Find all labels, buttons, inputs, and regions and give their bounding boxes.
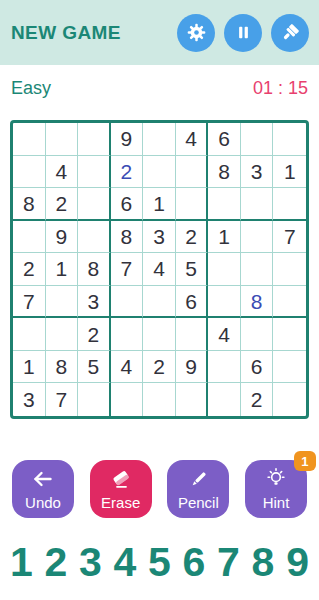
- sudoku-cell-r8c9[interactable]: [273, 351, 306, 384]
- sudoku-cell-r9c3[interactable]: [78, 383, 111, 416]
- settings-button[interactable]: [177, 14, 215, 52]
- sudoku-cell-r4c6[interactable]: 2: [176, 221, 209, 254]
- sudoku-cell-r8c8[interactable]: 6: [241, 351, 274, 384]
- sudoku-cell-r1c1[interactable]: [13, 123, 46, 156]
- sudoku-cell-r4c9[interactable]: 7: [273, 221, 306, 254]
- sudoku-cell-r2c7[interactable]: 8: [208, 156, 241, 189]
- erase-label: Erase: [101, 494, 140, 511]
- sudoku-cell-r1c8[interactable]: [241, 123, 274, 156]
- sudoku-cell-r5c3[interactable]: 8: [78, 253, 111, 286]
- sudoku-cell-r2c1[interactable]: [13, 156, 46, 189]
- sudoku-cell-r2c9[interactable]: 1: [273, 156, 306, 189]
- sudoku-cell-r8c3[interactable]: 5: [78, 351, 111, 384]
- hint-button[interactable]: 1 Hint: [245, 460, 307, 518]
- pencil-icon: [187, 468, 210, 491]
- paintbrush-icon: [279, 22, 301, 44]
- header: NEW GAME: [0, 0, 319, 65]
- sudoku-cell-r5c5[interactable]: 4: [143, 253, 176, 286]
- sudoku-cell-r6c6[interactable]: 6: [176, 286, 209, 319]
- sudoku-cell-r9c9[interactable]: [273, 383, 306, 416]
- sudoku-cell-r2c5[interactable]: [143, 156, 176, 189]
- sudoku-cell-r1c4[interactable]: 9: [111, 123, 144, 156]
- sudoku-cell-r2c6[interactable]: [176, 156, 209, 189]
- sudoku-board: 9464283182619832172187457368241854296372: [10, 120, 309, 419]
- toolbar: Undo Erase Pencil 1: [0, 460, 319, 518]
- sudoku-cell-r1c2[interactable]: [46, 123, 79, 156]
- difficulty-label: Easy: [11, 78, 51, 99]
- sudoku-cell-r7c6[interactable]: [176, 318, 209, 351]
- sudoku-cell-r3c2[interactable]: 2: [46, 188, 79, 221]
- undo-label: Undo: [25, 494, 61, 511]
- numpad-4[interactable]: 4: [114, 542, 137, 583]
- sudoku-cell-r7c7[interactable]: 4: [208, 318, 241, 351]
- sudoku-cell-r1c7[interactable]: 6: [208, 123, 241, 156]
- sudoku-cell-r6c2[interactable]: [46, 286, 79, 319]
- sudoku-cell-r3c4[interactable]: 6: [111, 188, 144, 221]
- sudoku-cell-r1c9[interactable]: [273, 123, 306, 156]
- undo-button[interactable]: Undo: [12, 460, 74, 518]
- sudoku-cell-r4c7[interactable]: 1: [208, 221, 241, 254]
- sudoku-cell-r5c2[interactable]: 1: [46, 253, 79, 286]
- sudoku-cell-r8c2[interactable]: 8: [46, 351, 79, 384]
- sudoku-cell-r9c2[interactable]: 7: [46, 383, 79, 416]
- sudoku-cell-r7c5[interactable]: [143, 318, 176, 351]
- sudoku-cell-r7c4[interactable]: [111, 318, 144, 351]
- arrow-left-icon: [31, 467, 55, 491]
- hint-badge: 1: [294, 451, 316, 471]
- sudoku-cell-r5c4[interactable]: 7: [111, 253, 144, 286]
- pencil-label: Pencil: [178, 494, 219, 511]
- sudoku-cell-r6c5[interactable]: [143, 286, 176, 319]
- sudoku-cell-r8c1[interactable]: 1: [13, 351, 46, 384]
- sudoku-cell-r3c5[interactable]: 1: [143, 188, 176, 221]
- timer: 01 : 15: [253, 78, 308, 99]
- sudoku-cell-r6c8[interactable]: 8: [241, 286, 274, 319]
- sudoku-cell-r7c1[interactable]: [13, 318, 46, 351]
- sudoku-cell-r9c5[interactable]: [143, 383, 176, 416]
- sudoku-cell-r4c5[interactable]: 3: [143, 221, 176, 254]
- sudoku-cell-r5c6[interactable]: 5: [176, 253, 209, 286]
- sudoku-cell-r2c3[interactable]: [78, 156, 111, 189]
- sudoku-cell-r3c7[interactable]: [208, 188, 241, 221]
- sudoku-cell-r6c4[interactable]: [111, 286, 144, 319]
- pencil-button[interactable]: Pencil: [167, 460, 229, 518]
- sudoku-cell-r8c7[interactable]: [208, 351, 241, 384]
- sudoku-cell-r6c1[interactable]: 7: [13, 286, 46, 319]
- sudoku-cell-r1c3[interactable]: [78, 123, 111, 156]
- sudoku-cell-r7c9[interactable]: [273, 318, 306, 351]
- sudoku-cell-r3c3[interactable]: [78, 188, 111, 221]
- lightbulb-icon: [264, 467, 288, 491]
- sudoku-cell-r9c6[interactable]: [176, 383, 209, 416]
- numpad-6[interactable]: 6: [183, 542, 206, 583]
- sudoku-cell-r5c9[interactable]: [273, 253, 306, 286]
- numpad-1[interactable]: 1: [10, 542, 33, 583]
- sudoku-cell-r2c4[interactable]: 2: [111, 156, 144, 189]
- sudoku-cell-r3c1[interactable]: 8: [13, 188, 46, 221]
- sudoku-cell-r6c9[interactable]: [273, 286, 306, 319]
- sudoku-cell-r7c2[interactable]: [46, 318, 79, 351]
- sudoku-cell-r3c6[interactable]: [176, 188, 209, 221]
- erase-button[interactable]: Erase: [90, 460, 152, 518]
- sudoku-cell-r5c1[interactable]: 2: [13, 253, 46, 286]
- page-title: NEW GAME: [11, 22, 121, 44]
- sudoku-cell-r2c8[interactable]: 3: [241, 156, 274, 189]
- sudoku-cell-r6c7[interactable]: [208, 286, 241, 319]
- sudoku-cell-r4c4[interactable]: 8: [111, 221, 144, 254]
- sudoku-cell-r4c8[interactable]: [241, 221, 274, 254]
- numpad-2[interactable]: 2: [45, 542, 68, 583]
- eraser-icon: [109, 467, 133, 491]
- sudoku-cell-r9c4[interactable]: [111, 383, 144, 416]
- numpad-5[interactable]: 5: [148, 542, 171, 583]
- pause-button[interactable]: [224, 14, 262, 52]
- theme-button[interactable]: [271, 14, 309, 52]
- numpad-9[interactable]: 9: [286, 542, 309, 583]
- pause-icon: [233, 22, 254, 43]
- sudoku-cell-r9c7[interactable]: [208, 383, 241, 416]
- subheader: Easy 01 : 15: [0, 65, 319, 99]
- sudoku-cell-r8c5[interactable]: 2: [143, 351, 176, 384]
- gear-icon: [185, 21, 208, 44]
- numpad-8[interactable]: 8: [252, 542, 275, 583]
- sudoku-cell-r9c8[interactable]: 2: [241, 383, 274, 416]
- header-buttons: [177, 14, 309, 52]
- sudoku-cell-r1c6[interactable]: 4: [176, 123, 209, 156]
- sudoku-cell-r7c8[interactable]: [241, 318, 274, 351]
- sudoku-cell-r5c7[interactable]: [208, 253, 241, 286]
- numpad-7[interactable]: 7: [217, 542, 240, 583]
- number-pad: 123456789: [0, 542, 319, 583]
- sudoku-cell-r4c2[interactable]: 9: [46, 221, 79, 254]
- numpad-3[interactable]: 3: [79, 542, 102, 583]
- sudoku-cell-r4c3[interactable]: [78, 221, 111, 254]
- sudoku-cell-r7c3[interactable]: 2: [78, 318, 111, 351]
- sudoku-cell-r3c8[interactable]: [241, 188, 274, 221]
- sudoku-cell-r6c3[interactable]: 3: [78, 286, 111, 319]
- hint-label: Hint: [263, 494, 290, 511]
- sudoku-cell-r1c5[interactable]: [143, 123, 176, 156]
- sudoku-cell-r9c1[interactable]: 3: [13, 383, 46, 416]
- sudoku-cell-r4c1[interactable]: [13, 221, 46, 254]
- sudoku-cell-r8c6[interactable]: 9: [176, 351, 209, 384]
- sudoku-cell-r2c2[interactable]: 4: [46, 156, 79, 189]
- sudoku-cell-r8c4[interactable]: 4: [111, 351, 144, 384]
- sudoku-cell-r5c8[interactable]: [241, 253, 274, 286]
- sudoku-cell-r3c9[interactable]: [273, 188, 306, 221]
